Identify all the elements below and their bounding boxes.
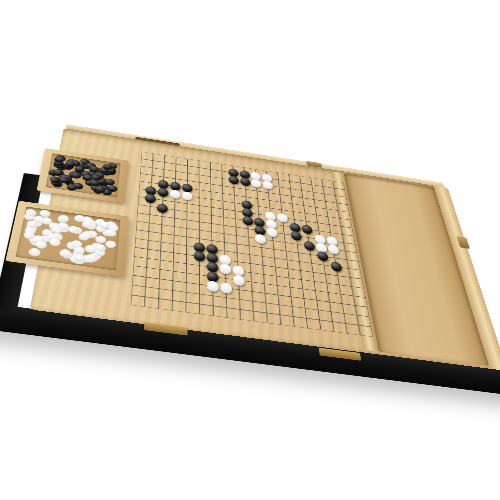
tray-stone-white — [27, 220, 38, 228]
grid-line — [222, 164, 227, 318]
tray-stone-black — [72, 172, 82, 180]
grid-line — [210, 162, 213, 316]
grid-line — [186, 159, 188, 313]
tray-stone-white — [104, 240, 117, 249]
grid-line — [131, 295, 371, 327]
tray-stone-white — [36, 241, 47, 249]
tray-stone-white — [27, 247, 42, 257]
grid-line — [133, 275, 368, 307]
product-photo-go-set — [0, 0, 500, 500]
grid-line — [144, 153, 153, 307]
grid-line — [133, 266, 365, 298]
grid-line — [199, 160, 200, 314]
grid-line — [135, 247, 362, 279]
grid-line — [172, 157, 176, 311]
black-stone-tray-well — [46, 153, 121, 197]
grid-line — [233, 166, 241, 320]
white-stone-tray-well — [15, 207, 120, 271]
grid-line — [130, 152, 141, 306]
grid-line — [278, 172, 295, 326]
grid-line — [134, 256, 364, 288]
grid-line — [132, 285, 370, 317]
grid-line — [266, 171, 280, 325]
tray-stone-black — [66, 183, 78, 191]
grid-line — [158, 155, 164, 309]
go-set-plane — [30, 128, 500, 371]
